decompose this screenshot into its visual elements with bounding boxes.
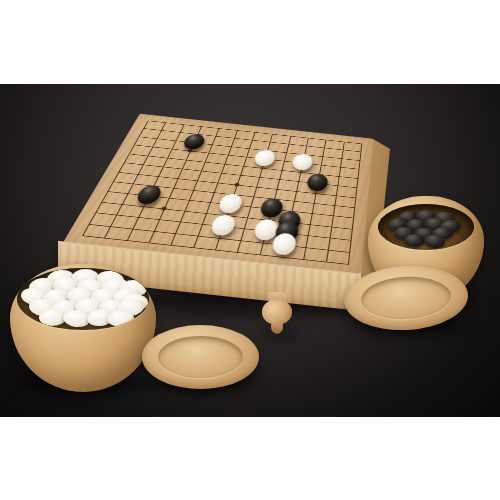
black-bowl-opening — [378, 204, 474, 250]
bowl-black-stone — [404, 234, 425, 247]
bowl-lid-right-inner-ring — [360, 275, 451, 322]
white-stone — [209, 214, 238, 237]
black-stone — [133, 185, 163, 206]
bowl-lid-center — [142, 325, 259, 389]
white-stone — [253, 149, 277, 167]
star-point — [187, 149, 193, 152]
board-foot-front — [260, 292, 294, 334]
black-stone — [306, 173, 329, 192]
bowl-lid-center-inner-ring — [158, 336, 242, 378]
white-stone-bowl — [10, 264, 156, 392]
board-foot-bulb — [262, 300, 292, 325]
star-point — [234, 183, 240, 187]
black-stone — [181, 133, 207, 150]
board-grid — [82, 120, 362, 264]
white-stone — [217, 193, 244, 214]
go-set-product-photo — [0, 0, 500, 500]
star-point — [161, 206, 168, 210]
white-bowl-opening — [17, 268, 149, 330]
white-stone — [291, 153, 314, 171]
board-foot-tip — [271, 323, 283, 334]
